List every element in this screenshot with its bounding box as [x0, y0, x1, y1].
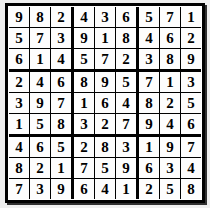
sudoku-cell-r6c7[interactable]: 9 [139, 114, 159, 134]
sudoku-cell-r3c6[interactable]: 2 [116, 49, 136, 69]
sudoku-cell-r5c5[interactable]: 6 [95, 93, 115, 113]
sudoku-cell-r4c9[interactable]: 3 [181, 72, 201, 92]
sudoku-cell-r2c7[interactable]: 4 [139, 28, 159, 48]
sudoku-cell-r8c2[interactable]: 2 [30, 158, 50, 178]
sudoku-cell-r7c3[interactable]: 5 [51, 137, 71, 157]
sudoku-cell-r2c3[interactable]: 3 [51, 28, 71, 48]
sudoku-cell-r5c2[interactable]: 9 [30, 93, 50, 113]
sudoku-cell-r4c5[interactable]: 9 [95, 72, 115, 92]
sudoku-cell-r5c6[interactable]: 4 [116, 93, 136, 113]
sudoku-cell-r2c9[interactable]: 2 [181, 28, 201, 48]
sudoku-cell-r3c4[interactable]: 5 [74, 49, 94, 69]
sudoku-cell-r7c8[interactable]: 9 [160, 137, 180, 157]
sudoku-cell-r1c4[interactable]: 4 [74, 7, 94, 27]
sudoku-cell-r7c2[interactable]: 6 [30, 137, 50, 157]
sudoku-cell-r4c8[interactable]: 1 [160, 72, 180, 92]
sudoku-cell-r1c5[interactable]: 3 [95, 7, 115, 27]
sudoku-cell-r9c2[interactable]: 3 [30, 179, 50, 199]
sudoku-cell-r8c8[interactable]: 3 [160, 158, 180, 178]
sudoku-cell-r8c4[interactable]: 7 [74, 158, 94, 178]
sudoku-cell-r7c9[interactable]: 7 [181, 137, 201, 157]
sudoku-cell-r8c7[interactable]: 6 [139, 158, 159, 178]
sudoku-board: 9824365715739184626145723892468957133971… [5, 3, 205, 203]
sudoku-cell-r3c1[interactable]: 6 [9, 49, 29, 69]
sudoku-cell-r3c2[interactable]: 1 [30, 49, 50, 69]
sudoku-cell-r9c7[interactable]: 2 [139, 179, 159, 199]
sudoku-cell-r1c6[interactable]: 6 [116, 7, 136, 27]
sudoku-cell-r5c4[interactable]: 1 [74, 93, 94, 113]
sudoku-cell-r4c4[interactable]: 8 [74, 72, 94, 92]
sudoku-cell-r2c8[interactable]: 6 [160, 28, 180, 48]
sudoku-cell-r7c7[interactable]: 1 [139, 137, 159, 157]
sudoku-cell-r1c2[interactable]: 8 [30, 7, 50, 27]
sudoku-cell-r8c5[interactable]: 5 [95, 158, 115, 178]
sudoku-cell-r6c6[interactable]: 7 [116, 114, 136, 134]
sudoku-cell-r4c2[interactable]: 4 [30, 72, 50, 92]
sudoku-cell-r3c8[interactable]: 8 [160, 49, 180, 69]
sudoku-cell-r9c6[interactable]: 1 [116, 179, 136, 199]
sudoku-cell-r3c9[interactable]: 9 [181, 49, 201, 69]
sudoku-cell-r9c3[interactable]: 9 [51, 179, 71, 199]
sudoku-cell-r4c6[interactable]: 5 [116, 72, 136, 92]
sudoku-cell-r8c3[interactable]: 1 [51, 158, 71, 178]
sudoku-cell-r6c3[interactable]: 8 [51, 114, 71, 134]
sudoku-cell-r6c1[interactable]: 1 [9, 114, 29, 134]
sudoku-cell-r5c8[interactable]: 2 [160, 93, 180, 113]
sudoku-cell-r7c4[interactable]: 2 [74, 137, 94, 157]
sudoku-cell-r9c1[interactable]: 7 [9, 179, 29, 199]
sudoku-cell-r2c1[interactable]: 5 [9, 28, 29, 48]
sudoku-grid: 9824365715739184626145723892468957133971… [9, 7, 201, 199]
sudoku-cell-r2c4[interactable]: 9 [74, 28, 94, 48]
sudoku-cell-r8c9[interactable]: 4 [181, 158, 201, 178]
sudoku-cell-r5c9[interactable]: 5 [181, 93, 201, 113]
sudoku-cell-r7c6[interactable]: 3 [116, 137, 136, 157]
sudoku-cell-r7c1[interactable]: 4 [9, 137, 29, 157]
sudoku-cell-r6c2[interactable]: 5 [30, 114, 50, 134]
sudoku-cell-r5c3[interactable]: 7 [51, 93, 71, 113]
sudoku-cell-r3c3[interactable]: 4 [51, 49, 71, 69]
sudoku-cell-r3c5[interactable]: 7 [95, 49, 115, 69]
sudoku-cell-r4c7[interactable]: 7 [139, 72, 159, 92]
sudoku-cell-r5c1[interactable]: 3 [9, 93, 29, 113]
sudoku-cell-r6c4[interactable]: 3 [74, 114, 94, 134]
sudoku-cell-r4c3[interactable]: 6 [51, 72, 71, 92]
sudoku-cell-r1c1[interactable]: 9 [9, 7, 29, 27]
sudoku-cell-r1c3[interactable]: 2 [51, 7, 71, 27]
sudoku-cell-r4c1[interactable]: 2 [9, 72, 29, 92]
sudoku-cell-r9c5[interactable]: 4 [95, 179, 115, 199]
sudoku-cell-r6c8[interactable]: 4 [160, 114, 180, 134]
sudoku-cell-r1c9[interactable]: 1 [181, 7, 201, 27]
sudoku-cell-r2c2[interactable]: 7 [30, 28, 50, 48]
sudoku-cell-r5c7[interactable]: 8 [139, 93, 159, 113]
sudoku-cell-r9c4[interactable]: 6 [74, 179, 94, 199]
sudoku-cell-r6c9[interactable]: 6 [181, 114, 201, 134]
sudoku-cell-r8c1[interactable]: 8 [9, 158, 29, 178]
sudoku-cell-r9c9[interactable]: 8 [181, 179, 201, 199]
sudoku-cell-r3c7[interactable]: 3 [139, 49, 159, 69]
sudoku-cell-r2c5[interactable]: 1 [95, 28, 115, 48]
sudoku-cell-r6c5[interactable]: 2 [95, 114, 115, 134]
sudoku-cell-r1c8[interactable]: 7 [160, 7, 180, 27]
sudoku-cell-r8c6[interactable]: 9 [116, 158, 136, 178]
sudoku-cell-r9c8[interactable]: 5 [160, 179, 180, 199]
sudoku-cell-r7c5[interactable]: 8 [95, 137, 115, 157]
sudoku-cell-r2c6[interactable]: 8 [116, 28, 136, 48]
sudoku-cell-r1c7[interactable]: 5 [139, 7, 159, 27]
